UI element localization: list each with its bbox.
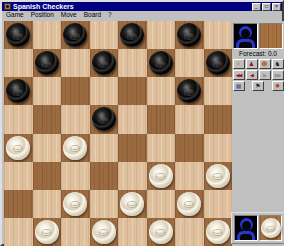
white-piece[interactable]: ⛀: [6, 136, 30, 160]
square-r8c2[interactable]: ⛀: [33, 218, 62, 246]
square-r7c2[interactable]: [33, 190, 62, 218]
square-r3c8[interactable]: [204, 77, 233, 105]
square-r5c2[interactable]: [33, 134, 62, 162]
forecast-label: Forecast: 0.0: [232, 49, 284, 58]
square-r8c8[interactable]: ⛀: [204, 218, 233, 246]
square-r1c4[interactable]: [90, 21, 119, 49]
close-button[interactable]: ×: [272, 3, 281, 11]
avatar-face: [242, 221, 251, 231]
square-r5c5[interactable]: [118, 134, 147, 162]
square-r7c8[interactable]: [204, 190, 233, 218]
square-r5c3[interactable]: ⛀: [61, 134, 90, 162]
square-r6c7[interactable]: [175, 162, 204, 190]
square-r4c4[interactable]: ⛂: [90, 105, 119, 133]
settings-button[interactable]: ✸: [272, 81, 284, 91]
square-r3c4[interactable]: [90, 77, 119, 105]
square-r2c3[interactable]: [61, 49, 90, 77]
square-r6c4[interactable]: [90, 162, 119, 190]
black-piece[interactable]: ⛂: [149, 51, 173, 75]
square-r2c7[interactable]: [175, 49, 204, 77]
toolbar-row3: ▦ ⚑ ✸: [233, 81, 284, 91]
white-piece[interactable]: ⛀: [63, 192, 87, 216]
avatar-silhouette-core: [239, 42, 252, 48]
redo-button[interactable]: ▶: [259, 70, 271, 80]
square-r8c7[interactable]: [175, 218, 204, 246]
square-r6c8[interactable]: ⛀: [204, 162, 233, 190]
toolbar: ☼ ♟ ☻ ♞ ◀◀ ◀ ▶ ▶▶: [233, 59, 284, 80]
square-r7c7[interactable]: ⛀: [175, 190, 204, 218]
menu-bar: Game Position Move Board ?: [2, 11, 282, 19]
square-r8c3[interactable]: [61, 218, 90, 246]
window-title: Spanish Checkers: [13, 2, 252, 11]
app-window: Spanish Checkers _ □ × Game Position Mov…: [0, 0, 284, 246]
current-player-box: ⛀: [231, 212, 284, 244]
square-r3c5[interactable]: [118, 77, 147, 105]
minimize-button[interactable]: _: [252, 3, 261, 11]
square-r5c7[interactable]: [175, 134, 204, 162]
black-piece[interactable]: ⛂: [92, 51, 116, 75]
top-player-row: [233, 23, 283, 49]
square-r5c1[interactable]: ⛀: [4, 134, 33, 162]
square-r4c2[interactable]: [33, 105, 62, 133]
avatar-silhouette-core: [240, 234, 252, 240]
board-setup-button[interactable]: ▦: [233, 81, 245, 91]
square-r4c7[interactable]: [175, 105, 204, 133]
app-icon: [4, 3, 11, 10]
white-piece[interactable]: ⛀: [206, 220, 230, 244]
square-r6c5[interactable]: [118, 162, 147, 190]
square-r7c6[interactable]: [147, 190, 176, 218]
flag-button[interactable]: ⚑: [252, 81, 264, 91]
computer-player-button[interactable]: ♞: [272, 59, 284, 69]
hint-button[interactable]: ☼: [233, 59, 245, 69]
square-r6c2[interactable]: [33, 162, 62, 190]
white-piece[interactable]: ⛀: [35, 220, 59, 244]
square-r8c1[interactable]: [4, 218, 33, 246]
square-r1c7[interactable]: ⛂: [175, 21, 204, 49]
white-piece[interactable]: ⛀: [92, 220, 116, 244]
square-r1c3[interactable]: ⛂: [61, 21, 90, 49]
square-r3c7[interactable]: ⛂: [175, 77, 204, 105]
avatar-face: [241, 29, 250, 39]
window-controls: _ □ ×: [252, 3, 281, 11]
square-r1c2[interactable]: [33, 21, 62, 49]
square-r4c8[interactable]: [204, 105, 233, 133]
square-r2c5[interactable]: [118, 49, 147, 77]
white-piece[interactable]: ⛀: [206, 164, 230, 188]
black-player-avatar: [233, 23, 258, 49]
square-r3c3[interactable]: [61, 77, 90, 105]
black-piece[interactable]: ⛂: [6, 79, 30, 103]
square-r8c5[interactable]: [118, 218, 147, 246]
black-piece[interactable]: ⛂: [206, 51, 230, 75]
white-player-avatar: [234, 215, 258, 241]
square-r6c3[interactable]: [61, 162, 90, 190]
menu-move[interactable]: Move: [61, 11, 77, 19]
square-r5c8[interactable]: [204, 134, 233, 162]
title-bar[interactable]: Spanish Checkers _ □ ×: [2, 2, 282, 11]
black-piece[interactable]: ⛂: [177, 23, 201, 47]
square-r4c5[interactable]: [118, 105, 147, 133]
square-r5c6[interactable]: [147, 134, 176, 162]
white-piece[interactable]: ⛀: [149, 220, 173, 244]
square-r3c2[interactable]: [33, 77, 62, 105]
black-piece[interactable]: ⛂: [63, 23, 87, 47]
menu-help[interactable]: ?: [108, 11, 112, 19]
white-piece[interactable]: ⛀: [120, 192, 144, 216]
square-r7c5[interactable]: ⛀: [118, 190, 147, 218]
menu-position[interactable]: Position: [31, 11, 54, 19]
square-r3c1[interactable]: ⛂: [4, 77, 33, 105]
maximize-button[interactable]: □: [262, 3, 271, 11]
square-r6c1[interactable]: [4, 162, 33, 190]
black-piece[interactable]: ⛂: [120, 23, 144, 47]
square-r3c6[interactable]: [147, 77, 176, 105]
black-player-piece-tile: [259, 23, 283, 49]
square-r4c6[interactable]: [147, 105, 176, 133]
square-r6c6[interactable]: ⛀: [147, 162, 176, 190]
square-r2c4[interactable]: ⛂: [90, 49, 119, 77]
side-panel: Forecast: 0.0 ☼ ♟ ☻ ♞ ◀◀ ◀ ▶ ▶▶ ▦ ⚑ ✸: [232, 21, 284, 246]
undo-button[interactable]: ◀: [246, 70, 258, 80]
square-r1c8[interactable]: [204, 21, 233, 49]
black-piece[interactable]: ⛂: [6, 23, 30, 47]
white-piece[interactable]: ⛀: [177, 192, 201, 216]
black-piece[interactable]: ⛂: [177, 79, 201, 103]
square-r8c4[interactable]: ⛀: [90, 218, 119, 246]
black-piece[interactable]: ⛂: [35, 51, 59, 75]
white-piece-icon: ⛀: [261, 218, 281, 238]
human-player-button[interactable]: ☻: [259, 59, 271, 69]
square-r8c6[interactable]: ⛀: [147, 218, 176, 246]
checkers-board[interactable]: ⛂⛂⛂⛂⛂⛂⛂⛂⛂⛂⛂⛀⛀⛀⛀⛀⛀⛀⛀⛀⛀⛀: [4, 21, 232, 246]
square-r7c3[interactable]: ⛀: [61, 190, 90, 218]
square-r2c8[interactable]: ⛂: [204, 49, 233, 77]
square-r7c4[interactable]: [90, 190, 119, 218]
square-r4c3[interactable]: [61, 105, 90, 133]
square-r7c1[interactable]: [4, 190, 33, 218]
redo-all-button[interactable]: ▶▶: [272, 70, 284, 80]
square-r4c1[interactable]: [4, 105, 33, 133]
white-player-piece-tile: ⛀: [259, 215, 282, 241]
square-r2c6[interactable]: ⛂: [147, 49, 176, 77]
menu-board[interactable]: Board: [84, 11, 101, 19]
square-r5c4[interactable]: [90, 134, 119, 162]
undo-all-button[interactable]: ◀◀: [233, 70, 245, 80]
menu-game[interactable]: Game: [6, 11, 24, 19]
white-piece[interactable]: ⛀: [149, 164, 173, 188]
white-piece[interactable]: ⛀: [63, 136, 87, 160]
square-r1c6[interactable]: [147, 21, 176, 49]
square-r1c1[interactable]: ⛂: [4, 21, 33, 49]
black-piece[interactable]: ⛂: [92, 107, 116, 131]
square-r2c2[interactable]: ⛂: [33, 49, 62, 77]
square-r2c1[interactable]: [4, 49, 33, 77]
square-r1c5[interactable]: ⛂: [118, 21, 147, 49]
two-players-button[interactable]: ♟: [246, 59, 258, 69]
